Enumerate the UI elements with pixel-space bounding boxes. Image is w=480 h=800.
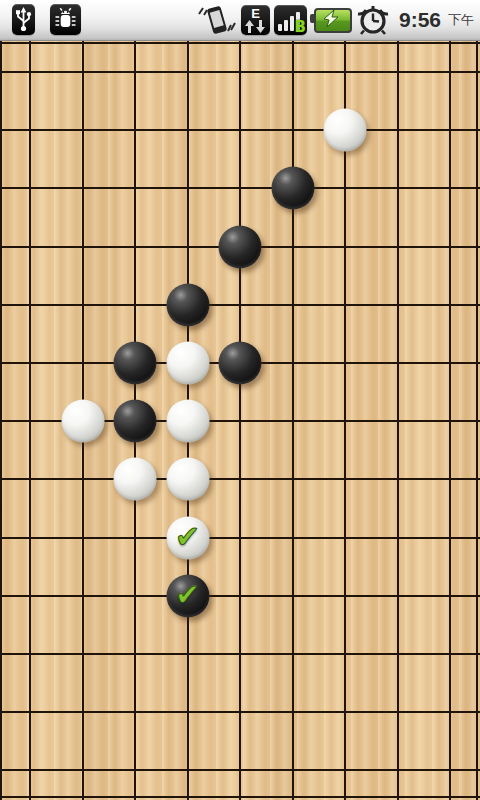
board-grid-hline (0, 595, 480, 597)
board-grid-hline (0, 129, 480, 131)
stone-black (166, 283, 209, 326)
stone-white (61, 400, 104, 443)
status-bar-left (12, 4, 81, 35)
board-grid-hline (0, 304, 480, 306)
stone-white: ✔ (166, 516, 209, 559)
stone-white (114, 458, 157, 501)
last-move-check-icon: ✔ (175, 580, 200, 610)
stone-white (166, 342, 209, 385)
signal-b-label: B (295, 18, 306, 36)
vibrate-icon (197, 4, 237, 36)
clock-time: 9:56 (399, 8, 441, 32)
upload-arrow-icon (245, 20, 254, 33)
gomoku-board[interactable]: ✔✔ (0, 40, 480, 800)
board-grid-hline (0, 711, 480, 713)
stone-white (166, 458, 209, 501)
stone-black (114, 400, 157, 443)
board-grid-hline (0, 71, 480, 73)
last-move-check-icon: ✔ (175, 522, 200, 552)
board-grid-hline (0, 769, 480, 771)
download-arrow-icon (256, 20, 265, 33)
stone-white (166, 400, 209, 443)
stone-white (324, 109, 367, 152)
edge-data-icon: E (241, 5, 270, 35)
android-debug-icon (50, 4, 81, 35)
signal-strength-icon: B (274, 5, 307, 35)
alarm-clock-icon (356, 4, 390, 36)
battery-charging-icon (314, 8, 352, 33)
board-grid-hline (0, 478, 480, 480)
android-screen: E B (0, 0, 480, 800)
status-bar-right: E B (197, 0, 478, 40)
stone-black: ✔ (166, 574, 209, 617)
clock-period: 下午 (448, 11, 474, 29)
stone-black (219, 342, 262, 385)
stone-black (114, 342, 157, 385)
board-grid-hline (0, 537, 480, 539)
stone-black (219, 225, 262, 268)
board-grid-hline (0, 653, 480, 655)
status-bar: E B (0, 0, 480, 41)
usb-icon (12, 4, 35, 35)
stone-black (271, 167, 314, 210)
board-grid-hline (0, 187, 480, 189)
